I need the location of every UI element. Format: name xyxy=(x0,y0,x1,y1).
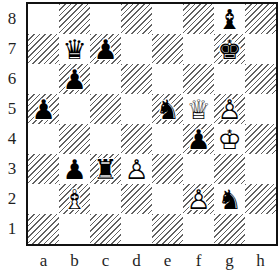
square-a2[interactable] xyxy=(28,184,59,214)
white-pawn: ♟♙ xyxy=(183,184,214,214)
square-f4[interactable]: ♟ xyxy=(183,124,214,154)
rank-label-2: 2 xyxy=(0,184,24,214)
square-a6[interactable] xyxy=(28,64,59,94)
square-g2[interactable]: ♞ xyxy=(214,184,245,214)
square-h6[interactable] xyxy=(245,64,276,94)
square-h7[interactable] xyxy=(245,34,276,64)
square-e2[interactable] xyxy=(152,184,183,214)
white-pawn: ♟♙ xyxy=(214,94,245,124)
black-rook: ♜ xyxy=(90,154,121,184)
square-e6[interactable] xyxy=(152,64,183,94)
file-label-a: a xyxy=(28,248,59,274)
white-king: ♚♔ xyxy=(214,124,245,154)
chess-diagram: 87654321 ♝♛♟♚♟♟♞♛♕♟♙♟♚♔♟♜♟♙♝♗♟♙♞ abcdefg… xyxy=(0,0,279,279)
square-d1[interactable] xyxy=(121,214,152,244)
square-c5[interactable] xyxy=(90,94,121,124)
square-d7[interactable] xyxy=(121,34,152,64)
square-h2[interactable] xyxy=(245,184,276,214)
file-label-b: b xyxy=(59,248,90,274)
square-b5[interactable] xyxy=(59,94,90,124)
black-king: ♚ xyxy=(214,34,245,64)
square-g6[interactable] xyxy=(214,64,245,94)
file-label-g: g xyxy=(214,248,245,274)
square-g4[interactable]: ♚♔ xyxy=(214,124,245,154)
square-b6[interactable]: ♟ xyxy=(59,64,90,94)
square-h4[interactable] xyxy=(245,124,276,154)
rank-label-5: 5 xyxy=(0,94,24,124)
square-c6[interactable] xyxy=(90,64,121,94)
square-f2[interactable]: ♟♙ xyxy=(183,184,214,214)
square-e8[interactable] xyxy=(152,4,183,34)
square-b4[interactable] xyxy=(59,124,90,154)
file-label-f: f xyxy=(183,248,214,274)
white-pawn: ♟♙ xyxy=(121,154,152,184)
black-knight: ♞ xyxy=(152,94,183,124)
black-pawn: ♟ xyxy=(59,154,90,184)
square-b7[interactable]: ♛ xyxy=(59,34,90,64)
white-queen: ♛♕ xyxy=(183,94,214,124)
square-h8[interactable] xyxy=(245,4,276,34)
square-d5[interactable] xyxy=(121,94,152,124)
square-b8[interactable] xyxy=(59,4,90,34)
square-c8[interactable] xyxy=(90,4,121,34)
square-g7[interactable]: ♚ xyxy=(214,34,245,64)
square-a3[interactable] xyxy=(28,154,59,184)
square-f8[interactable] xyxy=(183,4,214,34)
square-e3[interactable] xyxy=(152,154,183,184)
rank-label-4: 4 xyxy=(0,124,24,154)
black-pawn: ♟ xyxy=(59,64,90,94)
square-d3[interactable]: ♟♙ xyxy=(121,154,152,184)
white-bishop: ♝♗ xyxy=(59,184,90,214)
square-b2[interactable]: ♝♗ xyxy=(59,184,90,214)
square-e4[interactable] xyxy=(152,124,183,154)
square-e7[interactable] xyxy=(152,34,183,64)
black-pawn: ♟ xyxy=(28,94,59,124)
square-a1[interactable] xyxy=(28,214,59,244)
square-c3[interactable]: ♜ xyxy=(90,154,121,184)
square-a5[interactable]: ♟ xyxy=(28,94,59,124)
square-f1[interactable] xyxy=(183,214,214,244)
square-f6[interactable] xyxy=(183,64,214,94)
square-f3[interactable] xyxy=(183,154,214,184)
black-queen: ♛ xyxy=(59,34,90,64)
square-a8[interactable] xyxy=(28,4,59,34)
square-f5[interactable]: ♛♕ xyxy=(183,94,214,124)
black-bishop: ♝ xyxy=(214,4,245,34)
black-pawn: ♟ xyxy=(90,34,121,64)
file-label-e: e xyxy=(152,248,183,274)
square-g5[interactable]: ♟♙ xyxy=(214,94,245,124)
square-c4[interactable] xyxy=(90,124,121,154)
black-knight: ♞ xyxy=(214,184,245,214)
square-h5[interactable] xyxy=(245,94,276,124)
chess-board: ♝♛♟♚♟♟♞♛♕♟♙♟♚♔♟♜♟♙♝♗♟♙♞ xyxy=(28,4,276,244)
square-d6[interactable] xyxy=(121,64,152,94)
rank-labels: 87654321 xyxy=(0,4,24,244)
square-b3[interactable]: ♟ xyxy=(59,154,90,184)
square-g8[interactable]: ♝ xyxy=(214,4,245,34)
square-g3[interactable] xyxy=(214,154,245,184)
rank-label-1: 1 xyxy=(0,214,24,244)
square-d4[interactable] xyxy=(121,124,152,154)
square-a7[interactable] xyxy=(28,34,59,64)
file-label-d: d xyxy=(121,248,152,274)
black-pawn: ♟ xyxy=(183,124,214,154)
square-e5[interactable]: ♞ xyxy=(152,94,183,124)
square-c7[interactable]: ♟ xyxy=(90,34,121,64)
file-label-h: h xyxy=(245,248,276,274)
square-h3[interactable] xyxy=(245,154,276,184)
square-g1[interactable] xyxy=(214,214,245,244)
square-d2[interactable] xyxy=(121,184,152,214)
rank-label-3: 3 xyxy=(0,154,24,184)
rank-label-7: 7 xyxy=(0,34,24,64)
rank-label-6: 6 xyxy=(0,64,24,94)
square-h1[interactable] xyxy=(245,214,276,244)
square-e1[interactable] xyxy=(152,214,183,244)
rank-label-8: 8 xyxy=(0,4,24,34)
square-b1[interactable] xyxy=(59,214,90,244)
square-f7[interactable] xyxy=(183,34,214,64)
square-c2[interactable] xyxy=(90,184,121,214)
file-label-c: c xyxy=(90,248,121,274)
square-a4[interactable] xyxy=(28,124,59,154)
file-labels: abcdefgh xyxy=(28,248,276,274)
square-c1[interactable] xyxy=(90,214,121,244)
square-d8[interactable] xyxy=(121,4,152,34)
board-frame: ♝♛♟♚♟♟♞♛♕♟♙♟♚♔♟♜♟♙♝♗♟♙♞ xyxy=(26,2,278,246)
